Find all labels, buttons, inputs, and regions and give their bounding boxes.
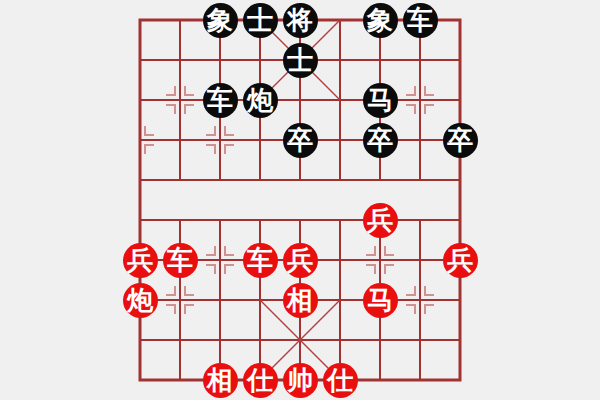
piece-glyph: 仕 — [327, 367, 353, 393]
piece-red-general[interactable]: 帅 — [283, 363, 318, 398]
piece-black-advisor[interactable]: 士 — [283, 43, 318, 78]
piece-glyph: 马 — [367, 287, 393, 313]
piece-red-soldier[interactable]: 兵 — [363, 203, 398, 238]
piece-glyph: 象 — [207, 7, 233, 33]
piece-red-elephant[interactable]: 相 — [203, 363, 238, 398]
piece-glyph: 兵 — [367, 207, 393, 233]
piece-glyph: 士 — [287, 47, 313, 73]
piece-glyph: 车 — [167, 247, 193, 273]
piece-glyph: 车 — [247, 247, 273, 273]
piece-red-elephant[interactable]: 相 — [283, 283, 318, 318]
piece-glyph: 马 — [367, 87, 393, 113]
piece-black-soldier[interactable]: 卒 — [283, 123, 318, 158]
piece-black-chariot[interactable]: 车 — [403, 3, 438, 38]
piece-glyph: 将 — [287, 7, 313, 33]
piece-glyph: 卒 — [447, 127, 473, 153]
piece-black-general[interactable]: 将 — [283, 3, 318, 38]
piece-red-advisor[interactable]: 仕 — [243, 363, 278, 398]
piece-glyph: 车 — [207, 87, 233, 113]
piece-glyph: 相 — [207, 367, 233, 393]
piece-red-cannon[interactable]: 炮 — [123, 283, 158, 318]
piece-glyph: 士 — [247, 7, 273, 33]
piece-glyph: 帅 — [287, 367, 313, 393]
piece-glyph: 兵 — [127, 247, 153, 273]
pieces-layer: 象士将象车士车炮马卒卒卒兵兵车车兵兵炮相马相仕帅仕 — [0, 0, 600, 400]
piece-black-cannon[interactable]: 炮 — [243, 83, 278, 118]
piece-red-chariot[interactable]: 车 — [243, 243, 278, 278]
piece-black-soldier[interactable]: 卒 — [363, 123, 398, 158]
piece-glyph: 兵 — [287, 247, 313, 273]
piece-black-horse[interactable]: 马 — [363, 83, 398, 118]
piece-red-soldier[interactable]: 兵 — [443, 243, 478, 278]
piece-black-advisor[interactable]: 士 — [243, 3, 278, 38]
piece-black-elephant[interactable]: 象 — [203, 3, 238, 38]
piece-glyph: 兵 — [447, 247, 473, 273]
piece-black-elephant[interactable]: 象 — [363, 3, 398, 38]
piece-black-chariot[interactable]: 车 — [203, 83, 238, 118]
piece-red-soldier[interactable]: 兵 — [283, 243, 318, 278]
piece-black-soldier[interactable]: 卒 — [443, 123, 478, 158]
piece-glyph: 炮 — [127, 287, 153, 313]
piece-red-soldier[interactable]: 兵 — [123, 243, 158, 278]
piece-red-advisor[interactable]: 仕 — [323, 363, 358, 398]
piece-glyph: 象 — [367, 7, 393, 33]
xiangqi-board-screen: 象士将象车士车炮马卒卒卒兵兵车车兵兵炮相马相仕帅仕 — [0, 0, 600, 400]
piece-glyph: 卒 — [367, 127, 393, 153]
piece-glyph: 仕 — [247, 367, 273, 393]
piece-glyph: 卒 — [287, 127, 313, 153]
piece-glyph: 相 — [287, 287, 313, 313]
piece-red-chariot[interactable]: 车 — [163, 243, 198, 278]
piece-red-horse[interactable]: 马 — [363, 283, 398, 318]
piece-glyph: 炮 — [247, 87, 273, 113]
piece-glyph: 车 — [407, 7, 433, 33]
